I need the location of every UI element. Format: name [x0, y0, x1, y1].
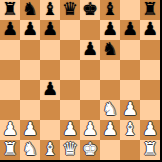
piece-black-pawn: ♟ [102, 20, 118, 39]
piece-black-pawn: ♟ [42, 20, 58, 39]
square-g1[interactable] [120, 140, 140, 160]
square-b2[interactable]: ♟ [20, 120, 40, 140]
chess-board: ♜♞♝♛♚♝♜♟♟♟♟♟♟♟♞♟♞♟♟♟♟♟♟♝♟♜♞♝♛♚♜ [0, 0, 160, 160]
piece-black-knight: ♞ [102, 40, 118, 59]
square-g7[interactable]: ♟ [120, 20, 140, 40]
square-b7[interactable]: ♟ [20, 20, 40, 40]
square-d8[interactable]: ♛ [60, 0, 80, 20]
piece-black-queen: ♛ [62, 0, 78, 19]
square-a7[interactable]: ♟ [0, 20, 20, 40]
square-c3[interactable] [40, 100, 60, 120]
piece-white-pawn: ♟ [82, 120, 98, 139]
square-b4[interactable] [20, 80, 40, 100]
square-c2[interactable] [40, 120, 60, 140]
square-a8[interactable]: ♜ [0, 0, 20, 20]
piece-white-pawn: ♟ [62, 120, 78, 139]
square-h1[interactable]: ♜ [140, 140, 160, 160]
square-e5[interactable] [80, 60, 100, 80]
piece-white-knight: ♞ [102, 100, 118, 119]
square-a6[interactable] [0, 40, 20, 60]
square-d7[interactable] [60, 20, 80, 40]
square-a5[interactable] [0, 60, 20, 80]
square-d2[interactable]: ♟ [60, 120, 80, 140]
piece-black-pawn: ♟ [2, 20, 18, 39]
square-c4[interactable]: ♟ [40, 80, 60, 100]
square-b8[interactable]: ♞ [20, 0, 40, 20]
square-c6[interactable] [40, 40, 60, 60]
square-d6[interactable] [60, 40, 80, 60]
piece-black-pawn: ♟ [122, 20, 138, 39]
square-e7[interactable] [80, 20, 100, 40]
piece-black-pawn: ♟ [42, 80, 58, 99]
piece-white-pawn: ♟ [122, 100, 138, 119]
square-d1[interactable]: ♛ [60, 140, 80, 160]
square-e2[interactable]: ♟ [80, 120, 100, 140]
square-f8[interactable]: ♝ [100, 0, 120, 20]
piece-black-bishop: ♝ [102, 0, 118, 19]
square-g3[interactable]: ♟ [120, 100, 140, 120]
square-c8[interactable]: ♝ [40, 0, 60, 20]
square-b6[interactable] [20, 40, 40, 60]
square-f2[interactable]: ♟ [100, 120, 120, 140]
square-d3[interactable] [60, 100, 80, 120]
square-f6[interactable]: ♞ [100, 40, 120, 60]
square-g8[interactable] [120, 0, 140, 20]
square-g6[interactable] [120, 40, 140, 60]
square-c5[interactable] [40, 60, 60, 80]
square-e3[interactable] [80, 100, 100, 120]
square-h5[interactable] [140, 60, 160, 80]
piece-white-pawn: ♟ [2, 120, 18, 139]
square-e8[interactable]: ♚ [80, 0, 100, 20]
piece-white-bishop: ♝ [42, 140, 58, 159]
square-h4[interactable] [140, 80, 160, 100]
piece-black-rook: ♜ [2, 0, 18, 19]
square-b1[interactable]: ♞ [20, 140, 40, 160]
square-g5[interactable] [120, 60, 140, 80]
piece-white-pawn: ♟ [22, 120, 38, 139]
square-d4[interactable] [60, 80, 80, 100]
piece-black-king: ♚ [82, 0, 98, 19]
square-a3[interactable] [0, 100, 20, 120]
piece-white-pawn: ♟ [142, 120, 158, 139]
square-e1[interactable]: ♚ [80, 140, 100, 160]
square-f3[interactable]: ♞ [100, 100, 120, 120]
square-f7[interactable]: ♟ [100, 20, 120, 40]
square-e6[interactable]: ♟ [80, 40, 100, 60]
piece-black-pawn: ♟ [142, 20, 158, 39]
piece-black-knight: ♞ [22, 0, 38, 19]
square-g4[interactable] [120, 80, 140, 100]
piece-white-bishop: ♝ [122, 120, 138, 139]
square-a4[interactable] [0, 80, 20, 100]
square-c1[interactable]: ♝ [40, 140, 60, 160]
piece-black-rook: ♜ [142, 0, 158, 19]
square-h7[interactable]: ♟ [140, 20, 160, 40]
square-g2[interactable]: ♝ [120, 120, 140, 140]
piece-black-pawn: ♟ [22, 20, 38, 39]
square-b5[interactable] [20, 60, 40, 80]
square-h8[interactable]: ♜ [140, 0, 160, 20]
square-a2[interactable]: ♟ [0, 120, 20, 140]
square-f5[interactable] [100, 60, 120, 80]
piece-white-king: ♚ [82, 140, 98, 159]
square-e4[interactable] [80, 80, 100, 100]
square-h2[interactable]: ♟ [140, 120, 160, 140]
square-c7[interactable]: ♟ [40, 20, 60, 40]
square-d5[interactable] [60, 60, 80, 80]
chess-board-frame: ♜♞♝♛♚♝♜♟♟♟♟♟♟♟♞♟♞♟♟♟♟♟♟♝♟♜♞♝♛♚♜ [0, 0, 162, 162]
piece-black-bishop: ♝ [42, 0, 58, 19]
square-b3[interactable] [20, 100, 40, 120]
square-f1[interactable] [100, 140, 120, 160]
square-h6[interactable] [140, 40, 160, 60]
piece-white-pawn: ♟ [102, 120, 118, 139]
square-h3[interactable] [140, 100, 160, 120]
square-a1[interactable]: ♜ [0, 140, 20, 160]
piece-white-queen: ♛ [62, 140, 78, 159]
square-f4[interactable] [100, 80, 120, 100]
piece-white-rook: ♜ [142, 140, 158, 159]
piece-black-pawn: ♟ [82, 40, 98, 59]
piece-white-rook: ♜ [2, 140, 18, 159]
piece-white-knight: ♞ [22, 140, 38, 159]
